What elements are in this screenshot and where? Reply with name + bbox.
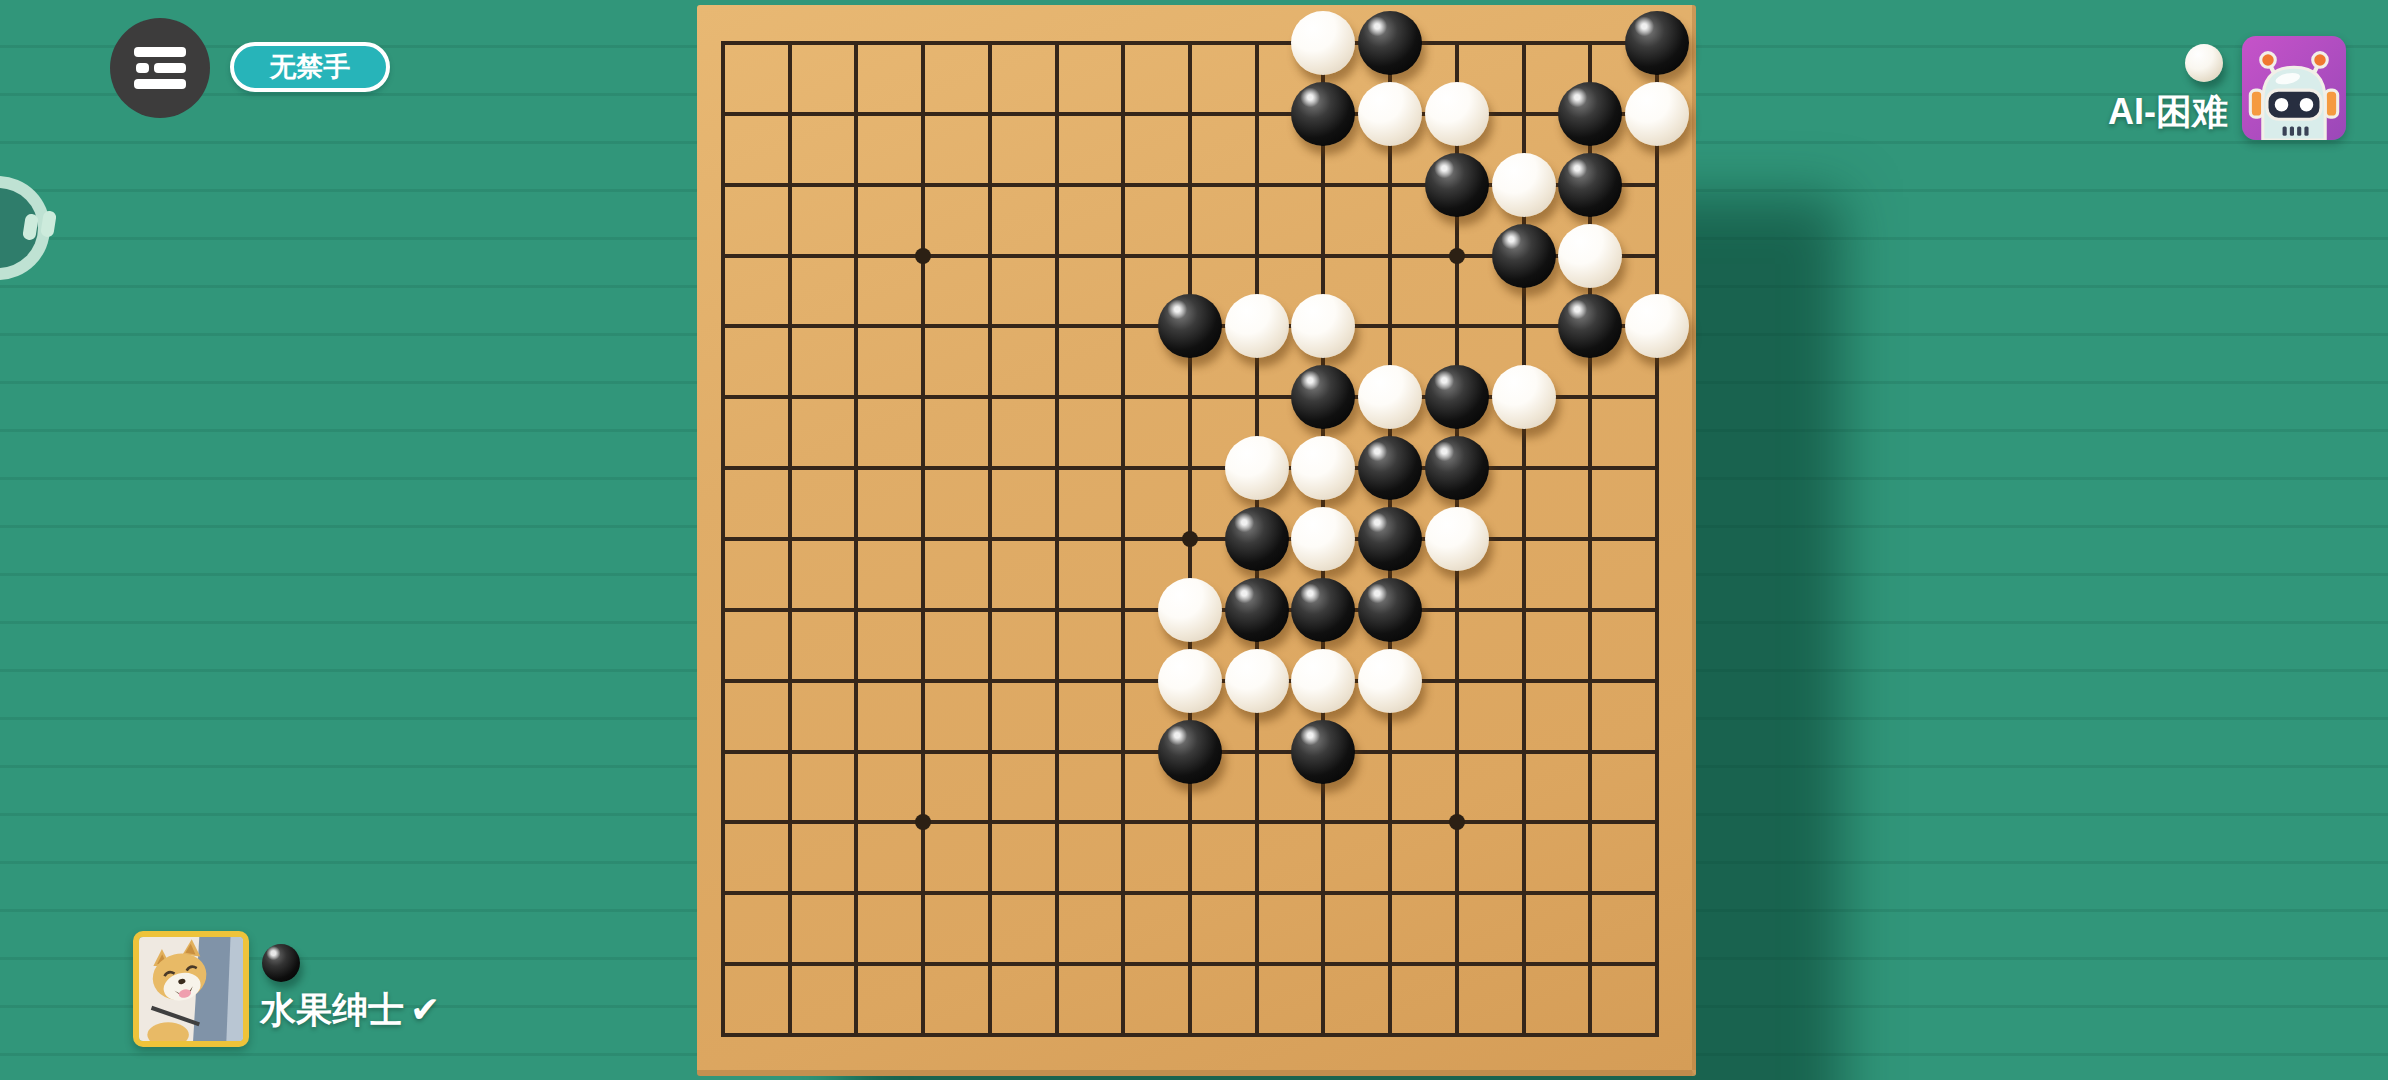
black-stone xyxy=(1358,507,1422,571)
rule-badge: 无禁手 xyxy=(230,42,390,92)
white-stone xyxy=(1291,507,1355,571)
black-stone xyxy=(1558,153,1622,217)
white-stone xyxy=(1225,294,1289,358)
grid-line xyxy=(721,820,1659,824)
white-stone xyxy=(1158,578,1222,642)
white-stone xyxy=(1625,82,1689,146)
black-stone xyxy=(1492,224,1556,288)
ready-check-icon: ✔ xyxy=(410,989,440,1030)
white-stone-indicator xyxy=(2185,44,2223,82)
black-stone xyxy=(1291,82,1355,146)
shiba-dog-avatar xyxy=(133,931,249,1047)
grid-line xyxy=(1655,41,1659,1037)
player-name: 水果绅士✔ xyxy=(260,986,440,1035)
black-stone xyxy=(1425,436,1489,500)
white-stone xyxy=(1291,649,1355,713)
black-stone xyxy=(1425,153,1489,217)
goban-grid[interactable] xyxy=(723,43,1657,1035)
black-stone xyxy=(1425,365,1489,429)
hamburger-menu-icon xyxy=(134,47,186,89)
black-stone xyxy=(1158,720,1222,784)
black-stone xyxy=(1291,720,1355,784)
white-stone xyxy=(1558,224,1622,288)
black-stone xyxy=(1291,578,1355,642)
menu-button[interactable] xyxy=(110,18,210,118)
black-stone xyxy=(1625,11,1689,75)
pause-button[interactable] xyxy=(0,176,50,280)
black-stone xyxy=(1291,365,1355,429)
black-stone xyxy=(1225,507,1289,571)
black-stone-indicator xyxy=(262,944,300,982)
grid-line xyxy=(721,962,1659,966)
white-stone xyxy=(1158,649,1222,713)
white-stone xyxy=(1625,294,1689,358)
star-point xyxy=(1182,531,1198,547)
star-point xyxy=(1449,248,1465,264)
white-stone xyxy=(1425,507,1489,571)
black-stone xyxy=(1558,82,1622,146)
black-stone xyxy=(1358,436,1422,500)
white-stone xyxy=(1291,436,1355,500)
star-point xyxy=(915,248,931,264)
white-stone xyxy=(1358,82,1422,146)
star-point xyxy=(1449,814,1465,830)
white-stone xyxy=(1492,153,1556,217)
ai-player-name: AI-困难 xyxy=(2108,88,2228,137)
white-stone xyxy=(1291,11,1355,75)
grid-line xyxy=(721,891,1659,895)
black-stone xyxy=(1225,578,1289,642)
grid-line xyxy=(721,1033,1659,1037)
robot-avatar xyxy=(2242,36,2346,140)
white-stone xyxy=(1225,436,1289,500)
white-stone xyxy=(1291,294,1355,358)
black-stone xyxy=(1558,294,1622,358)
star-point xyxy=(915,814,931,830)
white-stone xyxy=(1225,649,1289,713)
white-stone xyxy=(1492,365,1556,429)
white-stone xyxy=(1425,82,1489,146)
black-stone xyxy=(1158,294,1222,358)
white-stone xyxy=(1358,365,1422,429)
black-stone xyxy=(1358,11,1422,75)
gomoku-board xyxy=(697,5,1696,1076)
white-stone xyxy=(1358,649,1422,713)
black-stone xyxy=(1358,578,1422,642)
